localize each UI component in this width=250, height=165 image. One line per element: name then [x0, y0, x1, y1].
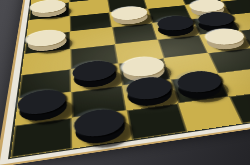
black-piece[interactable]: ●●● [171, 73, 229, 103]
white-piece[interactable]: ●●● [24, 32, 70, 55]
piece-top: ● [170, 65, 229, 95]
board-grid: ●●●●●●●●●●●●●●●●●●●●●●●●●●●●●●●●●●●●●●● [10, 0, 250, 158]
black-piece[interactable]: ●●● [15, 92, 72, 126]
board-border: ●●●●●●●●●●●●●●●●●●●●●●●●●●●●●●●●●●●●●●● [0, 0, 250, 165]
white-piece[interactable]: ●●● [29, 2, 70, 20]
piece-top: ● [69, 55, 121, 83]
piece-top: ● [108, 3, 152, 22]
square-e4[interactable]: ●●● [199, 31, 250, 53]
piece-top: ● [27, 0, 68, 14]
square-c2[interactable]: ●●● [122, 79, 179, 110]
square-b3[interactable]: ●●● [71, 64, 122, 92]
photo-background: ●●●●●●●●●●●●●●●●●●●●●●●●●●●●●●●●●●●●●●● [0, 0, 250, 165]
black-piece[interactable]: ●●● [122, 79, 179, 110]
square-a7[interactable]: ●●● [29, 2, 70, 20]
piece-top: ● [12, 83, 70, 116]
white-piece[interactable]: ●●● [109, 9, 152, 28]
black-piece[interactable]: ●●● [152, 19, 199, 40]
black-piece[interactable]: ●●● [71, 64, 122, 92]
square-d5[interactable]: ●●● [152, 19, 199, 40]
white-piece[interactable]: ●●● [199, 31, 250, 53]
black-piece[interactable]: ●●● [72, 111, 132, 149]
square-b1[interactable]: ●●● [72, 111, 132, 149]
square-d2[interactable]: ●●● [171, 73, 229, 103]
piece-top: ● [23, 26, 69, 48]
board-inner-line: ●●●●●●●●●●●●●●●●●●●●●●●●●●●●●●●●●●●●●●● [8, 0, 250, 159]
checkers-board: ●●●●●●●●●●●●●●●●●●●●●●●●●●●●●●●●●●●●●●● [0, 0, 250, 165]
square-c6[interactable]: ●●● [109, 9, 152, 28]
piece-top: ● [70, 102, 130, 139]
square-a5[interactable]: ●●● [24, 32, 70, 55]
square-a2[interactable]: ●●● [15, 92, 72, 126]
piece-top: ● [121, 71, 178, 102]
